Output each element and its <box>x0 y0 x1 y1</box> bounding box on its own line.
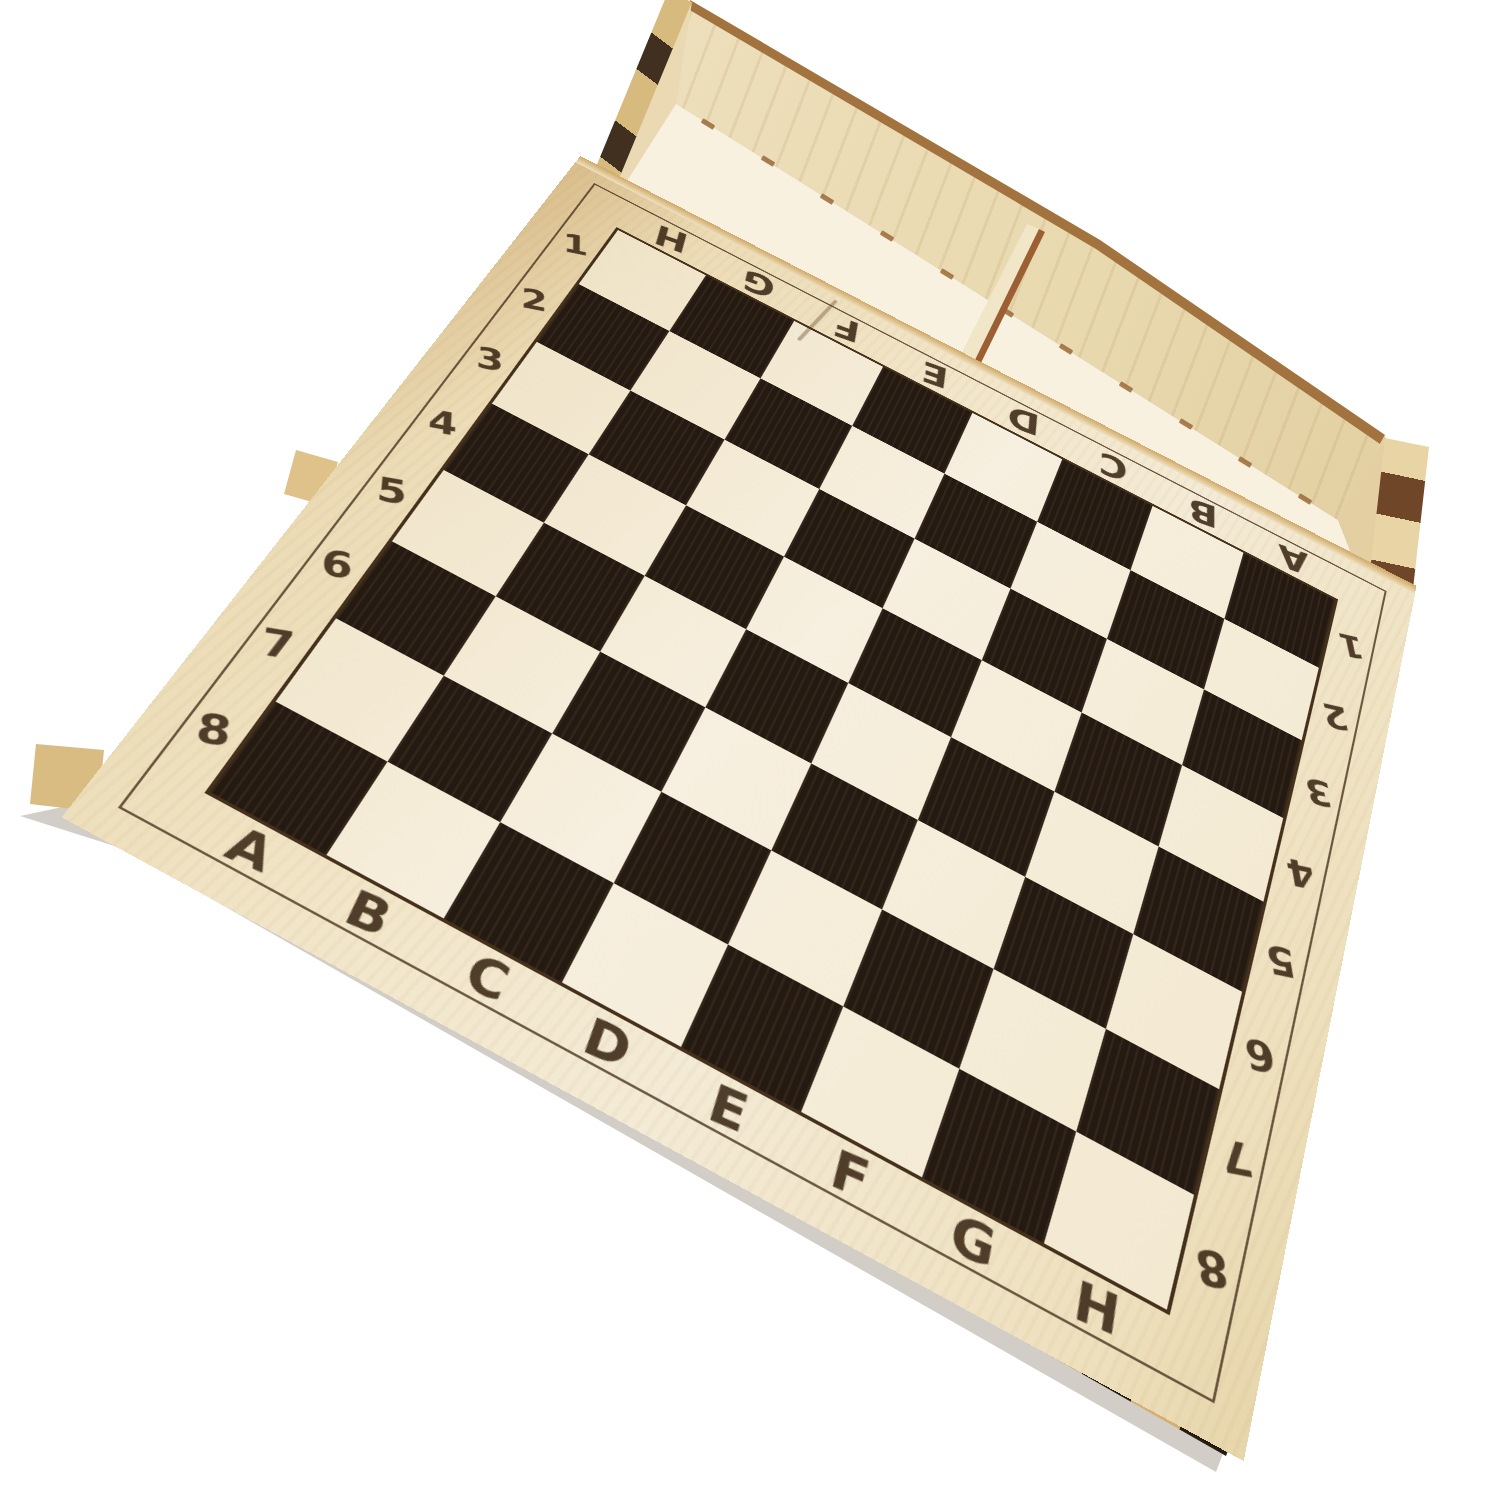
floor-joint-slot <box>940 268 955 280</box>
floor-joint-slot <box>701 118 716 130</box>
board-lid: HGFEDCBA ABCDEFGH 12345678 12345678 <box>62 156 1417 1461</box>
floor-joint-slot <box>1238 456 1253 468</box>
floor-joint-slot <box>1119 381 1134 393</box>
rank-label-left-6: 6 <box>303 514 369 616</box>
floor-joint-slot <box>1178 418 1193 430</box>
floor-joint-slot <box>880 231 895 243</box>
floor-joint-slot <box>1059 343 1074 355</box>
rank-label-left-5: 5 <box>360 444 422 540</box>
floor-joint-slot <box>820 193 835 205</box>
floor-joint-slot <box>761 156 776 168</box>
floor-joint-slot <box>999 306 1014 318</box>
rank-label-left-4: 4 <box>413 378 470 469</box>
scene: HGFEDCBA ABCDEFGH 12345678 12345678 <box>0 0 1500 1500</box>
rank-label-left-7: 7 <box>241 590 313 699</box>
floor-joint-slot <box>1298 493 1313 505</box>
